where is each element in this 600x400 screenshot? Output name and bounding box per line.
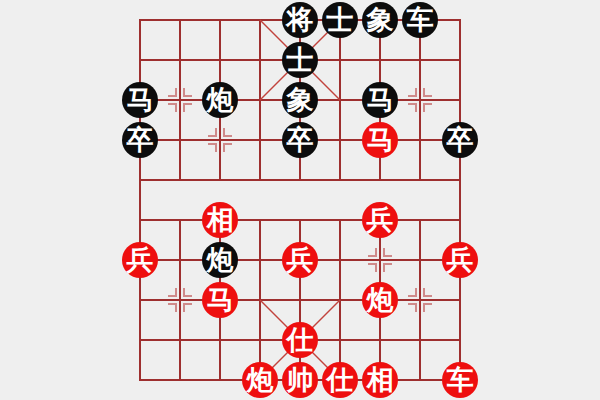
piece-red-horse[interactable]: 马 (202, 282, 238, 318)
piece-black-soldier[interactable]: 卒 (122, 122, 158, 158)
piece-glyph: 兵 (367, 202, 394, 238)
piece-red-horse[interactable]: 马 (362, 122, 398, 158)
piece-red-advisor[interactable]: 仕 (282, 322, 318, 358)
piece-red-elephant[interactable]: 相 (202, 202, 238, 238)
board-grid[interactable]: 将士象车士马炮象马卒卒马卒相兵兵炮兵兵马炮仕炮帅仕相车 (120, 0, 480, 400)
piece-glyph: 象 (287, 82, 314, 118)
piece-glyph: 士 (287, 42, 314, 78)
piece-glyph: 象 (367, 2, 394, 38)
piece-glyph: 炮 (207, 242, 234, 278)
piece-black-general[interactable]: 将 (282, 2, 318, 38)
piece-glyph: 马 (367, 122, 394, 158)
piece-red-general[interactable]: 帅 (282, 362, 318, 398)
xiangqi-screen: 将士象车士马炮象马卒卒马卒相兵兵炮兵兵马炮仕炮帅仕相车 (0, 0, 600, 400)
piece-black-advisor[interactable]: 士 (322, 2, 358, 38)
piece-glyph: 兵 (447, 242, 474, 278)
piece-glyph: 炮 (367, 282, 394, 318)
piece-red-cannon[interactable]: 炮 (242, 362, 278, 398)
piece-glyph: 车 (447, 362, 474, 398)
piece-glyph: 炮 (207, 82, 234, 118)
piece-black-chariot[interactable]: 车 (402, 2, 438, 38)
piece-glyph: 卒 (287, 122, 314, 158)
piece-glyph: 马 (207, 282, 234, 318)
piece-black-cannon[interactable]: 炮 (202, 82, 238, 118)
piece-glyph: 卒 (127, 122, 154, 158)
piece-red-soldier[interactable]: 兵 (362, 202, 398, 238)
piece-glyph: 仕 (327, 362, 354, 398)
piece-red-soldier[interactable]: 兵 (282, 242, 318, 278)
piece-black-soldier[interactable]: 卒 (282, 122, 318, 158)
piece-red-elephant[interactable]: 相 (362, 362, 398, 398)
piece-glyph: 相 (207, 202, 234, 238)
piece-black-horse[interactable]: 马 (122, 82, 158, 118)
piece-red-advisor[interactable]: 仕 (322, 362, 358, 398)
piece-glyph: 仕 (287, 322, 314, 358)
piece-red-soldier[interactable]: 兵 (122, 242, 158, 278)
piece-glyph: 炮 (247, 362, 274, 398)
piece-black-soldier[interactable]: 卒 (442, 122, 478, 158)
piece-black-horse[interactable]: 马 (362, 82, 398, 118)
piece-glyph: 兵 (287, 242, 314, 278)
piece-glyph: 帅 (287, 362, 314, 398)
piece-glyph: 车 (407, 2, 434, 38)
piece-glyph: 卒 (447, 122, 474, 158)
piece-glyph: 马 (127, 82, 154, 118)
piece-glyph: 相 (367, 362, 394, 398)
xiangqi-board: 将士象车士马炮象马卒卒马卒相兵兵炮兵兵马炮仕炮帅仕相车 (140, 20, 460, 380)
piece-glyph: 士 (327, 2, 354, 38)
piece-red-soldier[interactable]: 兵 (442, 242, 478, 278)
piece-glyph: 兵 (127, 242, 154, 278)
piece-glyph: 将 (287, 2, 314, 38)
piece-red-chariot[interactable]: 车 (442, 362, 478, 398)
piece-black-elephant[interactable]: 象 (362, 2, 398, 38)
piece-glyph: 马 (367, 82, 394, 118)
piece-black-cannon[interactable]: 炮 (202, 242, 238, 278)
piece-red-cannon[interactable]: 炮 (362, 282, 398, 318)
piece-black-advisor[interactable]: 士 (282, 42, 318, 78)
piece-black-elephant[interactable]: 象 (282, 82, 318, 118)
